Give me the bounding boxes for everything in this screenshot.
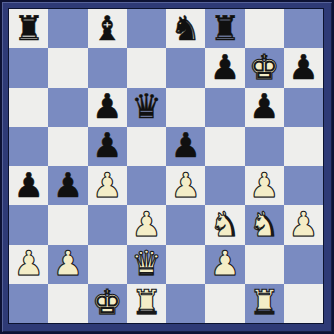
- piece-bP-g6[interactable]: ♟: [249, 89, 279, 123]
- piece-wK-c1[interactable]: ♚: [92, 285, 122, 319]
- square-b5[interactable]: [48, 127, 87, 166]
- piece-bR-f8[interactable]: ♜: [210, 11, 240, 45]
- square-h7[interactable]: ♟: [284, 48, 323, 87]
- piece-wP-d3[interactable]: ♟: [131, 207, 161, 241]
- square-a1[interactable]: [9, 284, 48, 323]
- square-d3[interactable]: ♟: [127, 205, 166, 244]
- piece-bP-e5[interactable]: ♟: [170, 128, 200, 162]
- piece-wP-b2[interactable]: ♟: [53, 246, 83, 280]
- square-a6[interactable]: [9, 88, 48, 127]
- piece-wN-f3[interactable]: ♞: [210, 207, 240, 241]
- square-e1[interactable]: [166, 284, 205, 323]
- piece-bN-e8[interactable]: ♞: [170, 11, 200, 45]
- square-d1[interactable]: ♜: [127, 284, 166, 323]
- square-g3[interactable]: ♞: [245, 205, 284, 244]
- square-e7[interactable]: [166, 48, 205, 87]
- piece-wQ-d2[interactable]: ♛: [131, 246, 161, 280]
- square-h6[interactable]: [284, 88, 323, 127]
- square-f1[interactable]: [205, 284, 244, 323]
- square-a4[interactable]: ♟: [9, 166, 48, 205]
- piece-wP-h3[interactable]: ♟: [288, 207, 318, 241]
- square-h2[interactable]: [284, 245, 323, 284]
- square-a5[interactable]: [9, 127, 48, 166]
- piece-wP-e4[interactable]: ♟: [170, 168, 200, 202]
- piece-bP-a4[interactable]: ♟: [13, 168, 43, 202]
- square-c8[interactable]: ♝: [88, 9, 127, 48]
- square-d5[interactable]: [127, 127, 166, 166]
- square-h8[interactable]: [284, 9, 323, 48]
- piece-wP-f2[interactable]: ♟: [210, 246, 240, 280]
- square-d7[interactable]: [127, 48, 166, 87]
- piece-bQ-d6[interactable]: ♛: [131, 89, 161, 123]
- square-c5[interactable]: ♟: [88, 127, 127, 166]
- piece-bP-c5[interactable]: ♟: [92, 128, 122, 162]
- piece-bP-b4[interactable]: ♟: [53, 168, 83, 202]
- square-e8[interactable]: ♞: [166, 9, 205, 48]
- square-h3[interactable]: ♟: [284, 205, 323, 244]
- square-a2[interactable]: ♟: [9, 245, 48, 284]
- square-g8[interactable]: [245, 9, 284, 48]
- square-d8[interactable]: [127, 9, 166, 48]
- square-c3[interactable]: [88, 205, 127, 244]
- square-e6[interactable]: [166, 88, 205, 127]
- square-f7[interactable]: ♟: [205, 48, 244, 87]
- square-e3[interactable]: [166, 205, 205, 244]
- square-g5[interactable]: [245, 127, 284, 166]
- piece-bP-h7[interactable]: ♟: [288, 50, 318, 84]
- square-a8[interactable]: ♜: [9, 9, 48, 48]
- square-f6[interactable]: [205, 88, 244, 127]
- square-f3[interactable]: ♞: [205, 205, 244, 244]
- square-e2[interactable]: [166, 245, 205, 284]
- square-g1[interactable]: ♜: [245, 284, 284, 323]
- square-f5[interactable]: [205, 127, 244, 166]
- board-frame: ♜♝♞♜♟♚♟♟♛♟♟♟♟♟♟♟♟♟♞♞♟♟♟♛♟♚♜♜: [0, 0, 334, 334]
- square-f8[interactable]: ♜: [205, 9, 244, 48]
- square-c7[interactable]: [88, 48, 127, 87]
- piece-bP-c6[interactable]: ♟: [92, 89, 122, 123]
- piece-wP-c4[interactable]: ♟: [92, 168, 122, 202]
- piece-bB-c8[interactable]: ♝: [92, 11, 122, 45]
- square-e5[interactable]: ♟: [166, 127, 205, 166]
- square-g7[interactable]: ♚: [245, 48, 284, 87]
- square-c2[interactable]: [88, 245, 127, 284]
- square-b4[interactable]: ♟: [48, 166, 87, 205]
- square-d6[interactable]: ♛: [127, 88, 166, 127]
- piece-wR-g1[interactable]: ♜: [249, 285, 279, 319]
- piece-wP-a2[interactable]: ♟: [13, 246, 43, 280]
- square-c6[interactable]: ♟: [88, 88, 127, 127]
- square-g2[interactable]: [245, 245, 284, 284]
- square-h1[interactable]: [284, 284, 323, 323]
- square-b3[interactable]: [48, 205, 87, 244]
- square-f2[interactable]: ♟: [205, 245, 244, 284]
- square-b7[interactable]: [48, 48, 87, 87]
- square-b1[interactable]: [48, 284, 87, 323]
- square-b2[interactable]: ♟: [48, 245, 87, 284]
- piece-bR-a8[interactable]: ♜: [13, 11, 43, 45]
- piece-wR-d1[interactable]: ♜: [131, 285, 161, 319]
- square-g6[interactable]: ♟: [245, 88, 284, 127]
- square-e4[interactable]: ♟: [166, 166, 205, 205]
- piece-wN-g3[interactable]: ♞: [249, 207, 279, 241]
- square-b8[interactable]: [48, 9, 87, 48]
- square-h5[interactable]: [284, 127, 323, 166]
- square-f4[interactable]: [205, 166, 244, 205]
- square-d4[interactable]: [127, 166, 166, 205]
- square-b6[interactable]: [48, 88, 87, 127]
- square-g4[interactable]: ♟: [245, 166, 284, 205]
- piece-wP-g4[interactable]: ♟: [249, 168, 279, 202]
- square-h4[interactable]: [284, 166, 323, 205]
- square-c1[interactable]: ♚: [88, 284, 127, 323]
- square-a3[interactable]: [9, 205, 48, 244]
- square-c4[interactable]: ♟: [88, 166, 127, 205]
- chess-board[interactable]: ♜♝♞♜♟♚♟♟♛♟♟♟♟♟♟♟♟♟♞♞♟♟♟♛♟♚♜♜: [9, 9, 323, 323]
- piece-bP-f7[interactable]: ♟: [210, 50, 240, 84]
- piece-bK-g7[interactable]: ♚: [249, 50, 279, 84]
- square-d2[interactable]: ♛: [127, 245, 166, 284]
- square-a7[interactable]: [9, 48, 48, 87]
